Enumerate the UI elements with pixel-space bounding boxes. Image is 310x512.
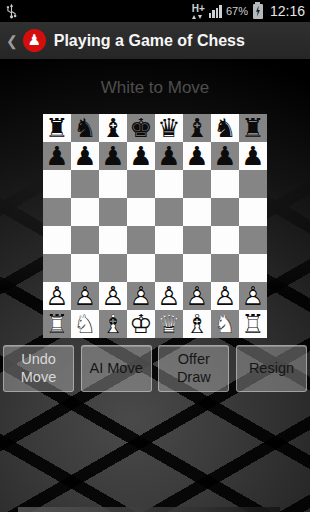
square-e2[interactable]: ♟♙ [155, 282, 183, 310]
app-pawn-glyph: ♟ [28, 33, 41, 48]
square-g7[interactable]: ♟ [211, 142, 239, 170]
status-time: 12:16 [270, 3, 305, 19]
square-d1[interactable]: ♚♔ [127, 310, 155, 338]
square-d7[interactable]: ♟ [127, 142, 155, 170]
square-h7[interactable]: ♟ [239, 142, 267, 170]
square-e5[interactable] [155, 198, 183, 226]
square-h3[interactable] [239, 254, 267, 282]
square-c4[interactable] [99, 226, 127, 254]
square-a6[interactable] [43, 170, 71, 198]
square-e8[interactable]: ♛ [155, 114, 183, 142]
piece-white-bishop: ♗ [183, 310, 211, 338]
piece-white-queen: ♕ [155, 310, 183, 338]
network-arrows-icon [192, 15, 202, 19]
piece-black-rook: ♜ [239, 114, 267, 142]
piece-white-bishop: ♗ [99, 310, 127, 338]
square-h2[interactable]: ♟♙ [239, 282, 267, 310]
square-f5[interactable] [183, 198, 211, 226]
square-e1[interactable]: ♛♕ [155, 310, 183, 338]
turn-indicator: White to Move [0, 78, 310, 98]
square-b4[interactable] [71, 226, 99, 254]
square-g8[interactable]: ♞ [211, 114, 239, 142]
piece-black-knight: ♞ [71, 114, 99, 142]
square-f4[interactable] [183, 226, 211, 254]
piece-white-pawn: ♙ [211, 282, 239, 310]
piece-black-bishop: ♝ [99, 114, 127, 142]
piece-white-rook-fill: ♜ [239, 310, 267, 338]
square-f8[interactable]: ♝ [183, 114, 211, 142]
lightning-bolt-icon [255, 6, 261, 17]
piece-white-knight: ♘ [211, 310, 239, 338]
chess-pawn-app-icon: ♟ [23, 29, 46, 52]
square-d3[interactable] [127, 254, 155, 282]
phone-screen: H+ 67% 12:16 ❮ ♟ Playing a Game of Chess… [0, 0, 310, 512]
square-a5[interactable] [43, 198, 71, 226]
offer-draw-button[interactable]: Offer Draw [158, 345, 229, 392]
piece-black-pawn: ♟ [71, 142, 99, 170]
piece-white-knight-fill: ♞ [211, 310, 239, 338]
piece-white-king-fill: ♚ [127, 310, 155, 338]
chess-board: ♜♞♝♚♛♝♞♜♟♟♟♟♟♟♟♟♟♙♟♙♟♙♟♙♟♙♟♙♟♙♟♙♜♖♞♘♝♗♚♔… [43, 114, 267, 338]
square-b1[interactable]: ♞♘ [71, 310, 99, 338]
square-h8[interactable]: ♜ [239, 114, 267, 142]
piece-white-pawn-fill: ♟ [239, 282, 267, 310]
piece-white-pawn-fill: ♟ [99, 282, 127, 310]
piece-white-queen-fill: ♛ [155, 310, 183, 338]
square-c7[interactable]: ♟ [99, 142, 127, 170]
piece-white-pawn: ♙ [43, 282, 71, 310]
square-d6[interactable] [127, 170, 155, 198]
square-a4[interactable] [43, 226, 71, 254]
piece-black-pawn: ♟ [43, 142, 71, 170]
battery-percent-label: 67% [226, 5, 248, 17]
piece-white-rook-fill: ♜ [43, 310, 71, 338]
piece-black-pawn: ♟ [239, 142, 267, 170]
square-a1[interactable]: ♜♖ [43, 310, 71, 338]
square-d2[interactable]: ♟♙ [127, 282, 155, 310]
square-f3[interactable] [183, 254, 211, 282]
square-a3[interactable] [43, 254, 71, 282]
square-e3[interactable] [155, 254, 183, 282]
square-g1[interactable]: ♞♘ [211, 310, 239, 338]
piece-white-pawn: ♙ [71, 282, 99, 310]
piece-white-bishop-fill: ♝ [99, 310, 127, 338]
square-b7[interactable]: ♟ [71, 142, 99, 170]
piece-white-pawn-fill: ♟ [71, 282, 99, 310]
square-c1[interactable]: ♝♗ [99, 310, 127, 338]
square-b2[interactable]: ♟♙ [71, 282, 99, 310]
square-f1[interactable]: ♝♗ [183, 310, 211, 338]
piece-white-pawn: ♙ [183, 282, 211, 310]
square-b3[interactable] [71, 254, 99, 282]
back-chevron-icon[interactable]: ❮ [6, 33, 18, 49]
square-d8[interactable]: ♚ [127, 114, 155, 142]
resign-button[interactable]: Resign [236, 345, 307, 392]
square-c2[interactable]: ♟♙ [99, 282, 127, 310]
square-a8[interactable]: ♜ [43, 114, 71, 142]
square-c8[interactable]: ♝ [99, 114, 127, 142]
button-row: Undo Move AI Move Offer Draw Resign [0, 345, 310, 392]
piece-white-pawn-fill: ♟ [127, 282, 155, 310]
square-g3[interactable] [211, 254, 239, 282]
piece-white-pawn: ♙ [239, 282, 267, 310]
piece-black-bishop: ♝ [183, 114, 211, 142]
square-c5[interactable] [99, 198, 127, 226]
network-hplus-icon: H+ [192, 4, 205, 19]
piece-white-knight: ♘ [71, 310, 99, 338]
square-f7[interactable]: ♟ [183, 142, 211, 170]
piece-white-pawn: ♙ [155, 282, 183, 310]
square-a2[interactable]: ♟♙ [43, 282, 71, 310]
network-type-label: H+ [192, 4, 205, 14]
page-title: Playing a Game of Chess [54, 32, 245, 50]
square-g5[interactable] [211, 198, 239, 226]
square-g4[interactable] [211, 226, 239, 254]
piece-white-pawn-fill: ♟ [183, 282, 211, 310]
piece-black-pawn: ♟ [99, 142, 127, 170]
piece-white-pawn: ♙ [127, 282, 155, 310]
square-h1[interactable]: ♜♖ [239, 310, 267, 338]
status-bar: H+ 67% 12:16 [0, 0, 310, 22]
square-b8[interactable]: ♞ [71, 114, 99, 142]
square-h4[interactable] [239, 226, 267, 254]
square-d5[interactable] [127, 198, 155, 226]
piece-black-pawn: ♟ [127, 142, 155, 170]
piece-black-pawn: ♟ [211, 142, 239, 170]
square-d4[interactable] [127, 226, 155, 254]
ai-move-button[interactable]: AI Move [81, 345, 152, 392]
status-bar-right: H+ 67% 12:16 [192, 3, 305, 19]
square-b6[interactable] [71, 170, 99, 198]
piece-white-bishop-fill: ♝ [183, 310, 211, 338]
piece-white-pawn-fill: ♟ [155, 282, 183, 310]
piece-black-king: ♚ [127, 114, 155, 142]
square-f6[interactable] [183, 170, 211, 198]
piece-white-rook: ♖ [239, 310, 267, 338]
piece-white-rook: ♖ [43, 310, 71, 338]
square-e4[interactable] [155, 226, 183, 254]
square-a7[interactable]: ♟ [43, 142, 71, 170]
undo-move-button[interactable]: Undo Move [3, 345, 74, 392]
piece-white-pawn-fill: ♟ [43, 282, 71, 310]
square-e6[interactable] [155, 170, 183, 198]
piece-black-rook: ♜ [43, 114, 71, 142]
square-c6[interactable] [99, 170, 127, 198]
square-b5[interactable] [71, 198, 99, 226]
square-f2[interactable]: ♟♙ [183, 282, 211, 310]
action-bar: ❮ ♟ Playing a Game of Chess [0, 22, 310, 59]
square-h6[interactable] [239, 170, 267, 198]
piece-black-knight: ♞ [211, 114, 239, 142]
piece-white-pawn: ♙ [99, 282, 127, 310]
battery-charging-icon [253, 4, 263, 19]
square-e7[interactable]: ♟ [155, 142, 183, 170]
square-h5[interactable] [239, 198, 267, 226]
piece-white-pawn-fill: ♟ [211, 282, 239, 310]
signal-bars-icon [209, 5, 222, 18]
square-g6[interactable] [211, 170, 239, 198]
square-g2[interactable]: ♟♙ [211, 282, 239, 310]
piece-white-knight-fill: ♞ [71, 310, 99, 338]
piece-white-king: ♔ [127, 310, 155, 338]
piece-black-pawn: ♟ [183, 142, 211, 170]
piece-black-queen: ♛ [155, 114, 183, 142]
usb-icon [5, 3, 18, 19]
piece-black-pawn: ♟ [155, 142, 183, 170]
square-c3[interactable] [99, 254, 127, 282]
